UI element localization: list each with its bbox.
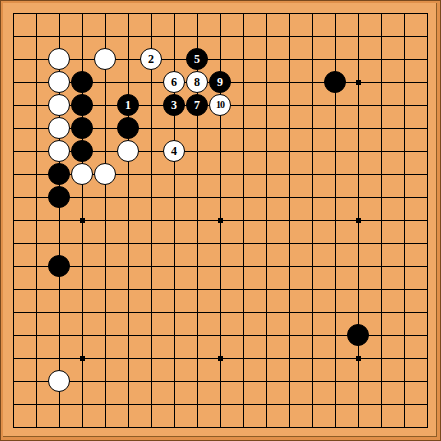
grid-line-vertical xyxy=(381,13,382,428)
go-board-frame: 25689137104 xyxy=(0,0,441,441)
grid-line-horizontal xyxy=(13,289,428,290)
black-stone xyxy=(71,117,93,139)
white-stone-move-8: 8 xyxy=(186,71,208,93)
white-stone-move-6: 6 xyxy=(163,71,185,93)
move-number-label: 3 xyxy=(171,99,177,111)
move-number-label: 10 xyxy=(216,100,224,110)
white-stone xyxy=(48,370,70,392)
black-stone xyxy=(71,71,93,93)
grid-line-horizontal xyxy=(13,243,428,244)
grid-line-vertical xyxy=(427,13,428,428)
move-number-label: 5 xyxy=(194,53,200,65)
black-stone xyxy=(48,186,70,208)
grid-line-vertical xyxy=(404,13,405,428)
star-point xyxy=(356,356,361,361)
grid-line-horizontal xyxy=(13,427,428,428)
black-stone xyxy=(48,163,70,185)
white-stone xyxy=(94,48,116,70)
black-stone xyxy=(71,140,93,162)
white-stone xyxy=(71,163,93,185)
go-board: 25689137104 xyxy=(3,3,437,437)
black-stone-move-9: 9 xyxy=(209,71,231,93)
star-point xyxy=(356,80,361,85)
star-point xyxy=(80,356,85,361)
grid-line-horizontal xyxy=(13,266,428,267)
star-point xyxy=(218,218,223,223)
star-point xyxy=(80,218,85,223)
black-stone xyxy=(324,71,346,93)
grid-line-horizontal xyxy=(13,381,428,382)
grid-line-vertical xyxy=(243,13,244,428)
black-stone-move-3: 3 xyxy=(163,94,185,116)
move-number-label: 7 xyxy=(194,99,200,111)
move-number-label: 6 xyxy=(171,76,177,88)
move-number-label: 4 xyxy=(171,145,177,157)
star-point xyxy=(218,356,223,361)
move-number-label: 1 xyxy=(125,99,131,111)
white-stone xyxy=(48,94,70,116)
black-stone xyxy=(71,94,93,116)
white-stone-move-2: 2 xyxy=(140,48,162,70)
white-stone-move-10: 10 xyxy=(209,94,231,116)
white-stone-move-4: 4 xyxy=(163,140,185,162)
move-number-label: 9 xyxy=(217,76,223,88)
grid-line-vertical xyxy=(266,13,267,428)
black-stone xyxy=(48,255,70,277)
grid-line-horizontal xyxy=(13,312,428,313)
white-stone xyxy=(48,48,70,70)
black-stone xyxy=(347,324,369,346)
white-stone xyxy=(117,140,139,162)
black-stone-move-7: 7 xyxy=(186,94,208,116)
white-stone xyxy=(48,140,70,162)
grid-line-horizontal xyxy=(13,404,428,405)
black-stone-move-1: 1 xyxy=(117,94,139,116)
black-stone-move-5: 5 xyxy=(186,48,208,70)
black-stone xyxy=(117,117,139,139)
move-number-label: 2 xyxy=(148,53,154,65)
white-stone xyxy=(48,71,70,93)
grid-line-vertical xyxy=(312,13,313,428)
white-stone xyxy=(94,163,116,185)
star-point xyxy=(356,218,361,223)
move-number-label: 8 xyxy=(194,76,200,88)
white-stone xyxy=(48,117,70,139)
grid-line-vertical xyxy=(289,13,290,428)
